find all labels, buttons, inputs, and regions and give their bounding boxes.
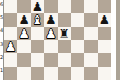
square-a2[interactable] — [4, 53, 17, 66]
square-a3[interactable]: ♟ — [4, 40, 17, 53]
square-c5[interactable]: ♝ — [31, 13, 44, 26]
white-pawn-b4: ♟ — [18, 27, 29, 40]
square-f1[interactable] — [71, 67, 84, 80]
square-d5[interactable]: ♟ — [44, 13, 57, 26]
square-h2[interactable] — [98, 53, 111, 66]
black-pawn-d5: ♟ — [45, 13, 56, 26]
square-e2[interactable] — [58, 53, 71, 66]
square-b6[interactable] — [17, 0, 30, 13]
square-h5[interactable]: ♟ — [98, 13, 111, 26]
square-b1[interactable] — [17, 67, 30, 80]
square-e3[interactable] — [58, 40, 71, 53]
square-f6[interactable] — [71, 0, 84, 13]
black-pawn-b5: ♟ — [18, 13, 29, 26]
square-g2[interactable] — [84, 53, 97, 66]
square-d6[interactable] — [44, 0, 57, 13]
chess-board: ♟♟♝♟♟♟♟♜♟ — [3, 0, 112, 80]
square-b5[interactable]: ♟ — [17, 13, 30, 26]
square-e1[interactable] — [58, 67, 71, 80]
square-d1[interactable] — [44, 67, 57, 80]
white-bishop-c5: ♝ — [32, 13, 43, 26]
square-g1[interactable] — [84, 67, 97, 80]
square-c6[interactable]: ♟ — [31, 0, 44, 13]
black-pawn-h5: ♟ — [99, 13, 110, 26]
white-pawn-d4: ♟ — [45, 27, 56, 40]
square-b3[interactable] — [17, 40, 30, 53]
square-b4[interactable]: ♟ — [17, 27, 30, 40]
square-d2[interactable] — [44, 53, 57, 66]
board-edge-strip — [116, 0, 120, 80]
white-pawn-a3: ♟ — [5, 40, 16, 53]
square-f3[interactable] — [71, 40, 84, 53]
square-h6[interactable] — [98, 0, 111, 13]
square-h4[interactable] — [98, 27, 111, 40]
square-e5[interactable] — [58, 13, 71, 26]
square-g3[interactable] — [84, 40, 97, 53]
square-h1[interactable] — [98, 67, 111, 80]
square-f4[interactable] — [71, 27, 84, 40]
square-a5[interactable] — [4, 13, 17, 26]
square-a6[interactable] — [4, 0, 17, 13]
square-d3[interactable] — [44, 40, 57, 53]
square-g4[interactable] — [84, 27, 97, 40]
square-f2[interactable] — [71, 53, 84, 66]
square-f5[interactable] — [71, 13, 84, 26]
square-e6[interactable] — [58, 0, 71, 13]
chess-diagram: 654321 ♟♟♝♟♟♟♟♜♟ — [0, 0, 120, 80]
square-b2[interactable] — [17, 53, 30, 66]
square-c4[interactable] — [31, 27, 44, 40]
square-g5[interactable] — [84, 13, 97, 26]
square-g6[interactable] — [84, 0, 97, 13]
square-c1[interactable] — [31, 67, 44, 80]
square-d4[interactable]: ♟ — [44, 27, 57, 40]
square-e4[interactable]: ♜ — [58, 27, 71, 40]
square-a4[interactable] — [4, 27, 17, 40]
square-c2[interactable] — [31, 53, 44, 66]
square-a1[interactable] — [4, 67, 17, 80]
black-rook-e4: ♜ — [59, 27, 70, 40]
square-c3[interactable] — [31, 40, 44, 53]
black-pawn-c6: ♟ — [32, 0, 43, 13]
square-h3[interactable] — [98, 40, 111, 53]
